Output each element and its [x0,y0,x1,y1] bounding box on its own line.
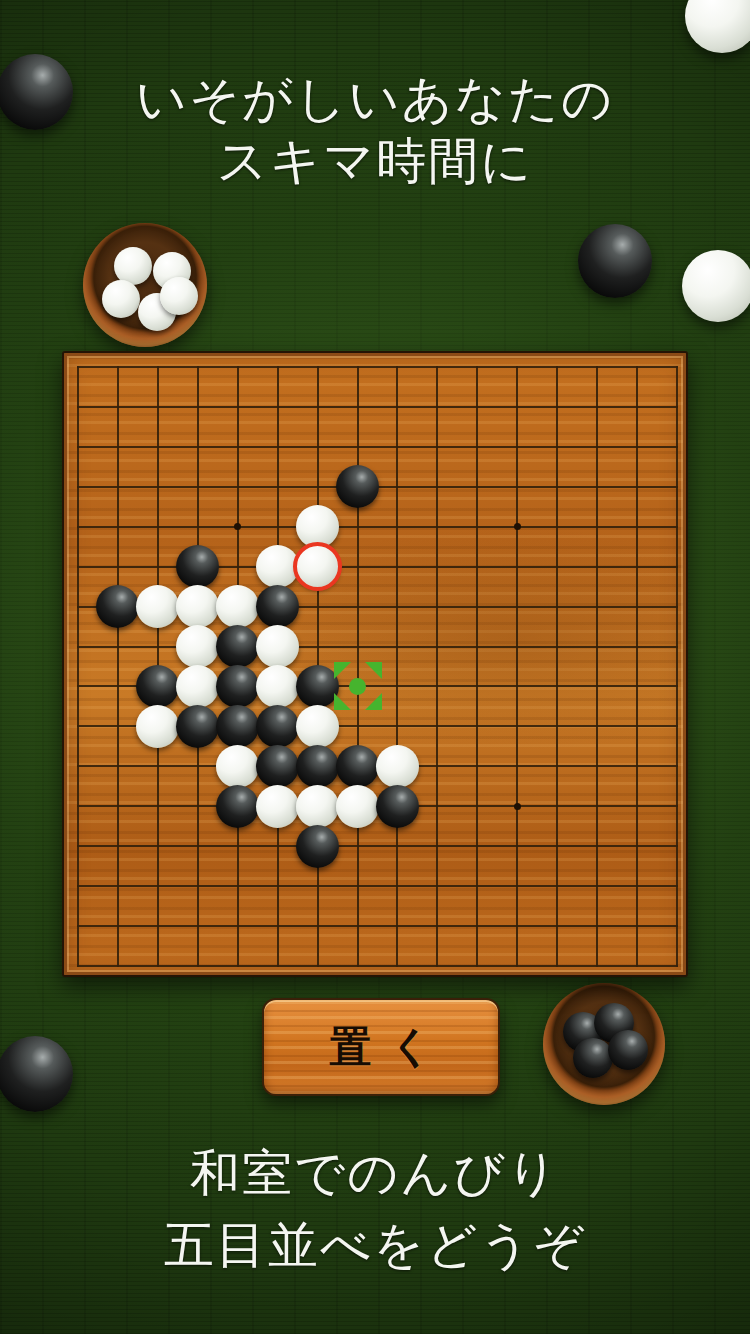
bowl-black-stone [608,1030,648,1070]
white-stone [296,705,339,748]
grid-line-vertical [476,366,478,967]
grid-line-vertical [676,366,678,967]
black-stone [216,785,259,828]
cursor-center-dot [349,678,366,695]
black-stone [336,465,379,508]
black-stone [176,545,219,588]
place-button-label: 置く [312,1019,451,1075]
white-stone [136,585,179,628]
star-point [514,803,521,810]
black-stone [96,585,139,628]
grid-line-horizontal [77,885,678,887]
star-point [234,523,241,530]
grid-line-vertical [436,366,438,967]
grid-line-horizontal [77,566,678,568]
black-stone [296,825,339,868]
black-stone [256,705,299,748]
black-stone-bowl [543,983,665,1105]
last-move-ring [293,542,342,591]
grid-line-horizontal [77,446,678,448]
grid-line-vertical [636,366,638,967]
placement-cursor [334,662,382,710]
grid-line-horizontal [77,366,678,368]
grid-line-vertical [596,366,598,967]
grid-line-vertical [77,366,79,967]
white-stone [176,585,219,628]
white-stone [256,665,299,708]
black-stone [256,745,299,788]
grid-line-horizontal [77,646,678,648]
black-stone [376,785,419,828]
bowl-white-stone [102,280,140,318]
white-stone [176,665,219,708]
cursor-corner-bottom-left [334,693,351,710]
decor-black-stone [0,54,73,130]
black-stone [296,745,339,788]
white-stone [216,745,259,788]
white-stone [136,705,179,748]
cursor-corner-top-left [334,662,351,679]
tagline-bottom-line1: 和室でのんびり [0,1140,750,1207]
black-stone [136,665,179,708]
grid-line-horizontal [77,965,678,967]
black-stone [216,705,259,748]
white-stone [176,625,219,668]
tagline-bottom-line2: 五目並べをどうぞ [0,1212,750,1279]
decor-white-stone [682,250,750,322]
white-stone [296,785,339,828]
star-point [514,523,521,530]
white-stone [336,785,379,828]
cursor-corner-top-right [365,662,382,679]
tagline-top-line1: いそがしいあなたの [0,66,750,133]
tagline-top-line2: スキマ時間に [0,128,750,195]
black-stone [176,705,219,748]
decor-black-stone [0,1036,73,1112]
grid-line-vertical [516,366,518,967]
black-stone [216,625,259,668]
grid-line-vertical [117,366,119,967]
grid-line-vertical [556,366,558,967]
cursor-corner-bottom-right [365,693,382,710]
place-stone-button[interactable]: 置く [262,998,500,1096]
white-stone [256,785,299,828]
white-stone-bowl [83,223,207,347]
grid-line-horizontal [77,845,678,847]
bowl-white-stone [160,277,198,315]
grid-line-horizontal [77,526,678,528]
black-stone [216,665,259,708]
black-stone [336,745,379,788]
grid-line-horizontal [77,406,678,408]
decor-white-stone [685,0,750,53]
bowl-black-stone [573,1038,613,1078]
app-screen: いそがしいあなたの スキマ時間に 置く 和室でのんびり 五目並べをどうぞ [0,0,750,1334]
decor-black-stone [578,224,652,298]
white-stone [256,625,299,668]
white-stone [376,745,419,788]
black-stone [256,585,299,628]
goban-board[interactable] [62,351,688,977]
grid-line-vertical [396,366,398,967]
white-stone [216,585,259,628]
grid-line-horizontal [77,925,678,927]
